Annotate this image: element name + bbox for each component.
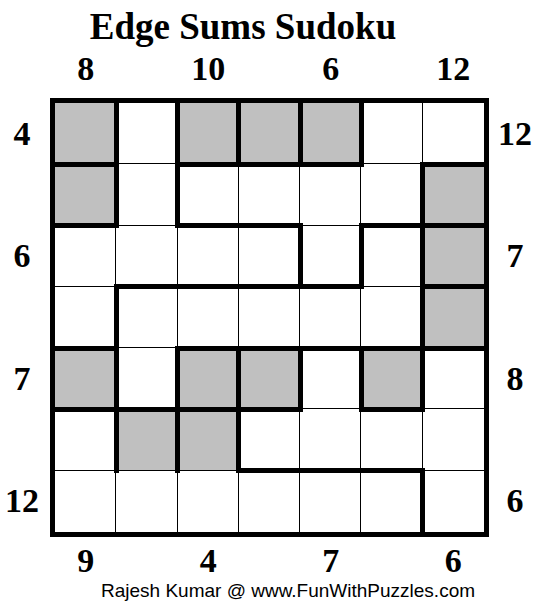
region-border-segment [175,407,241,412]
puzzle-title: Edge Sums Sudoku [0,4,486,50]
cell-r3c3[interactable] [178,226,239,287]
cell-r3c1[interactable] [55,226,116,287]
top-clue-col7: 12 [423,48,483,90]
top-clue-col1: 8 [56,48,116,90]
region-border-segment [175,346,241,351]
region-border-segment [420,223,425,289]
top-clue-col5: 6 [301,48,361,90]
region-border-segment [420,468,425,534]
cell-r3c6[interactable] [361,226,422,287]
cell-r4c3[interactable] [178,287,239,348]
region-border-segment [236,407,241,473]
region-border-segment [175,101,180,167]
cell-r2c4[interactable] [239,164,300,225]
cell-r1c5[interactable] [300,103,361,164]
region-border-segment [236,223,302,228]
cell-r5c6[interactable] [361,348,422,409]
cell-r7c1[interactable] [55,471,116,532]
cell-r4c2[interactable] [116,287,177,348]
cell-r5c2[interactable] [116,348,177,409]
left-clue-row1: 4 [0,113,44,155]
cell-r4c7[interactable] [423,287,484,348]
region-border-segment [175,162,241,167]
cell-r6c7[interactable] [423,409,484,470]
region-border-segment [114,284,119,350]
cell-r1c2[interactable] [116,103,177,164]
cell-r6c4[interactable] [239,409,300,470]
cell-r6c5[interactable] [300,409,361,470]
bottom-clue-col7: 6 [423,540,483,582]
cell-r2c1[interactable] [55,164,116,225]
region-border-segment [298,223,303,289]
region-border-segment [298,162,364,167]
cell-r7c2[interactable] [116,471,177,532]
region-border-segment [114,101,119,167]
region-border-segment [114,407,180,412]
cell-r5c7[interactable] [423,348,484,409]
left-clue-row5: 7 [0,358,44,400]
region-border-segment [175,223,241,228]
region-border-segment [236,407,302,412]
cell-r3c4[interactable] [239,226,300,287]
region-border-segment [420,162,425,228]
region-border-segment [114,284,180,289]
cell-r1c1[interactable] [55,103,116,164]
cell-r7c5[interactable] [300,471,361,532]
region-border-segment [298,284,364,289]
cell-r1c7[interactable] [423,103,484,164]
cell-r2c7[interactable] [423,164,484,225]
cell-r2c3[interactable] [178,164,239,225]
cell-r4c5[interactable] [300,287,361,348]
right-clue-row1: 12 [493,113,537,155]
region-border-segment [236,346,302,351]
cell-r7c7[interactable] [423,471,484,532]
region-border-segment [359,223,425,228]
cell-r1c3[interactable] [178,103,239,164]
cell-r5c5[interactable] [300,348,361,409]
region-border-segment [53,162,119,167]
region-border-segment [236,284,302,289]
cell-r4c4[interactable] [239,287,300,348]
region-border-segment [175,407,180,473]
region-border-segment [359,223,364,289]
puzzle-page: Edge Sums Sudoku 81061294764671212786 Ra… [0,0,540,608]
cell-r4c1[interactable] [55,287,116,348]
credit-line: Rajesh Kumar @ www.FunWithPuzzles.com [0,580,540,602]
region-border-segment [236,468,302,473]
region-border-segment [298,346,364,351]
region-border-segment [114,346,119,412]
region-border-segment [53,407,119,412]
cell-r5c1[interactable] [55,348,116,409]
region-border-segment [298,346,303,412]
region-border-segment [175,284,241,289]
cell-r6c3[interactable] [178,409,239,470]
cell-r3c7[interactable] [423,226,484,287]
bottom-clue-col3: 4 [178,540,238,582]
right-clue-row5: 8 [493,358,537,400]
right-clue-row7: 6 [493,480,537,522]
top-clue-col3: 10 [178,48,238,90]
bottom-clue-col5: 7 [301,540,361,582]
region-border-segment [420,346,425,412]
region-border-segment [53,346,119,351]
region-border-segment [420,223,486,228]
region-border-segment [359,407,425,412]
cell-r2c6[interactable] [361,164,422,225]
cell-r7c6[interactable] [361,471,422,532]
cell-r4c6[interactable] [361,287,422,348]
cell-r1c4[interactable] [239,103,300,164]
region-border-segment [420,346,486,351]
cell-r6c2[interactable] [116,409,177,470]
region-border-segment [175,346,180,412]
region-border-segment [114,407,119,473]
region-border-segment [298,468,364,473]
region-border-segment [420,162,486,167]
cell-r2c2[interactable] [116,164,177,225]
region-border-segment [420,284,486,289]
sudoku-board [50,98,489,537]
region-border-segment [236,162,302,167]
region-border-segment [420,284,425,350]
region-border-segment [236,346,241,412]
region-border-segment [359,346,425,351]
region-border-segment [236,101,241,167]
cell-r3c2[interactable] [116,226,177,287]
cell-r1c6[interactable] [361,103,422,164]
region-border-segment [298,101,303,167]
cell-r2c5[interactable] [300,164,361,225]
left-clue-row7: 12 [0,480,44,522]
right-clue-row3: 7 [493,235,537,277]
cell-r3c5[interactable] [300,226,361,287]
cell-r5c3[interactable] [178,348,239,409]
cell-r7c3[interactable] [178,471,239,532]
region-border-segment [359,101,364,167]
cell-r6c6[interactable] [361,409,422,470]
region-border-segment [175,162,180,228]
region-border-segment [359,346,364,412]
region-border-segment [114,162,119,228]
cell-r7c4[interactable] [239,471,300,532]
left-clue-row3: 6 [0,235,44,277]
bottom-clue-col1: 9 [56,540,116,582]
region-border-segment [53,223,119,228]
cell-r6c1[interactable] [55,409,116,470]
cell-r5c4[interactable] [239,348,300,409]
region-border-segment [359,468,425,473]
